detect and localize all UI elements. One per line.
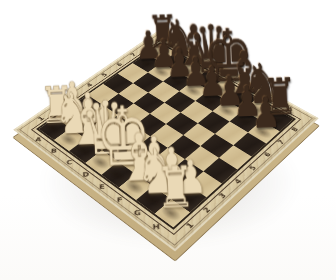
chess-set-photo: ♜♞♝♛♚♝♞♜♟♟♟♟♟♟♟♟♟♟♟♟♟♟♟♟♜♞♝♛♚♝♞♜ AABBCCD… bbox=[0, 0, 336, 280]
piece-glyph: ♜ bbox=[155, 159, 195, 217]
file-label-c-far: C bbox=[201, 59, 207, 64]
file-label-a-far: A bbox=[171, 42, 177, 46]
file-label-d-far: D bbox=[217, 68, 224, 73]
board-surface: ♜♞♝♛♚♝♞♜♟♟♟♟♟♟♟♟♟♟♟♟♟♟♟♟♜♞♝♛♚♝♞♜ AABBCCD… bbox=[13, 30, 318, 251]
chess-board: ♜♞♝♛♚♝♞♜♟♟♟♟♟♟♟♟♟♟♟♟♟♟♟♟♜♞♝♛♚♝♞♜ AABBCCD… bbox=[13, 30, 318, 251]
perspective-wrapper: ♜♞♝♛♚♝♞♜♟♟♟♟♟♟♟♟♟♟♟♟♟♟♟♟♜♞♝♛♚♝♞♜ AABBCCD… bbox=[0, 0, 336, 280]
piece-glyph: ♟ bbox=[250, 91, 281, 135]
checkerboard-grid: ♜♞♝♛♚♝♞♜♟♟♟♟♟♟♟♟♟♟♟♟♟♟♟♟♜♞♝♛♚♝♞♜ bbox=[36, 42, 296, 229]
file-label-b-far: B bbox=[186, 50, 192, 55]
